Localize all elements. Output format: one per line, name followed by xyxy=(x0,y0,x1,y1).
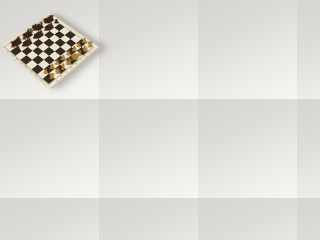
piece-black-pawn[interactable]: ♟ xyxy=(43,26,49,33)
piece-black-pawn[interactable]: ♟ xyxy=(26,38,32,45)
piece-black-pawn[interactable]: ♟ xyxy=(15,46,21,53)
piece-black-pawn[interactable]: ♟ xyxy=(53,19,59,26)
piece-black-pawn[interactable]: ♟ xyxy=(21,42,27,49)
piece-white-rook[interactable]: ♜ xyxy=(48,73,55,81)
photo-backdrop: ♜♞♝♛♚♝♞♜♟♟♟♟♟♟♟♟♟♟♟♟♟♟♟♟♜♞♝♛♚♝♞♜ abcdefg… xyxy=(0,0,99,99)
chess-board-grid: ♜♞♝♛♚♝♞♜♟♟♟♟♟♟♟♟♟♟♟♟♟♟♟♟♜♞♝♛♚♝♞♜ xyxy=(5,17,93,84)
piece-black-pawn[interactable]: ♟ xyxy=(32,34,38,41)
chess-board: ♜♞♝♛♚♝♞♜♟♟♟♟♟♟♟♟♟♟♟♟♟♟♟♟♜♞♝♛♚♝♞♜ abcdefg… xyxy=(0,13,98,89)
piece-black-pawn[interactable]: ♟ xyxy=(38,30,44,37)
